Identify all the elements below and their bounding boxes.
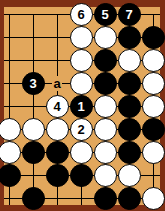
black-stone: 1 bbox=[70, 95, 93, 118]
white-stone bbox=[94, 141, 117, 164]
intersection-r8c5[interactable] bbox=[117, 187, 141, 210]
intersection-r5c5[interactable] bbox=[117, 118, 141, 141]
black-stone bbox=[46, 141, 69, 164]
intersection-r6c2[interactable] bbox=[45, 141, 69, 164]
intersection-r6c3[interactable] bbox=[69, 141, 93, 164]
white-stone bbox=[142, 72, 165, 95]
intersection-r5c4[interactable] bbox=[93, 118, 117, 141]
intersection-r0c2[interactable] bbox=[45, 3, 69, 26]
intersection-r7c2[interactable] bbox=[45, 164, 69, 187]
go-diagram: 6573a412 bbox=[0, 0, 165, 211]
intersection-r1c2[interactable] bbox=[45, 26, 69, 49]
white-stone: 2 bbox=[70, 118, 93, 141]
white-stone bbox=[142, 187, 165, 210]
white-stone bbox=[94, 118, 117, 141]
intersection-r5c2[interactable] bbox=[45, 118, 69, 141]
intersection-r3c5[interactable] bbox=[117, 72, 141, 95]
intersection-r4c5[interactable] bbox=[117, 95, 141, 118]
intersection-r3c4[interactable] bbox=[93, 72, 117, 95]
intersection-r3c1[interactable]: 3 bbox=[21, 72, 45, 95]
black-stone: 7 bbox=[118, 3, 141, 26]
white-stone bbox=[94, 95, 117, 118]
black-stone bbox=[22, 187, 45, 210]
white-stone: 4 bbox=[46, 95, 69, 118]
white-stone bbox=[118, 164, 141, 187]
intersection-r3c2[interactable]: a bbox=[45, 72, 69, 95]
intersection-r0c5[interactable]: 7 bbox=[117, 3, 141, 26]
move-number-label: 6 bbox=[77, 8, 84, 21]
move-number-label: 2 bbox=[77, 123, 84, 136]
white-stone: 6 bbox=[70, 3, 93, 26]
intersection-r2c1[interactable] bbox=[21, 49, 45, 72]
intersection-r0c0[interactable] bbox=[0, 3, 21, 26]
intersection-r4c0[interactable] bbox=[0, 95, 21, 118]
black-stone bbox=[94, 49, 117, 72]
white-stone bbox=[94, 164, 117, 187]
move-number-label: 4 bbox=[53, 100, 60, 113]
white-stone bbox=[70, 72, 93, 95]
intersection-r7c6[interactable] bbox=[141, 164, 165, 187]
black-stone bbox=[118, 95, 141, 118]
move-number-label: 5 bbox=[101, 8, 108, 21]
intersection-r5c1[interactable] bbox=[21, 118, 45, 141]
intersection-r5c6[interactable] bbox=[141, 118, 165, 141]
white-stone bbox=[70, 49, 93, 72]
intersection-r4c4[interactable] bbox=[93, 95, 117, 118]
white-stone bbox=[70, 26, 93, 49]
white-stone bbox=[142, 49, 165, 72]
black-stone: 5 bbox=[94, 3, 117, 26]
intersection-r0c3[interactable]: 6 bbox=[69, 3, 93, 26]
intersection-r1c5[interactable] bbox=[117, 26, 141, 49]
white-stone bbox=[142, 95, 165, 118]
white-stone bbox=[0, 141, 21, 164]
white-stone bbox=[70, 141, 93, 164]
intersection-r0c4[interactable]: 5 bbox=[93, 3, 117, 26]
intersection-r8c1[interactable] bbox=[21, 187, 45, 210]
intersection-r8c4[interactable] bbox=[93, 187, 117, 210]
intersection-r1c0[interactable] bbox=[0, 26, 21, 49]
intersection-r5c0[interactable] bbox=[0, 118, 21, 141]
intersection-r0c1[interactable] bbox=[21, 3, 45, 26]
black-stone bbox=[118, 187, 141, 210]
intersection-r4c2[interactable]: 4 bbox=[45, 95, 69, 118]
intersection-r4c3[interactable]: 1 bbox=[69, 95, 93, 118]
intersection-r6c0[interactable] bbox=[0, 141, 21, 164]
black-stone bbox=[118, 118, 141, 141]
black-stone bbox=[118, 141, 141, 164]
intersection-r4c1[interactable] bbox=[21, 95, 45, 118]
intersection-r8c0[interactable] bbox=[0, 187, 21, 210]
intersection-r6c1[interactable] bbox=[21, 141, 45, 164]
white-stone bbox=[142, 141, 165, 164]
intersection-r2c4[interactable] bbox=[93, 49, 117, 72]
move-number-label: 7 bbox=[125, 8, 132, 21]
white-stone bbox=[22, 118, 45, 141]
black-stone bbox=[118, 72, 141, 95]
intersection-r8c3[interactable] bbox=[69, 187, 93, 210]
intersection-r2c2[interactable] bbox=[45, 49, 69, 72]
intersection-r1c1[interactable] bbox=[21, 26, 45, 49]
intersection-r2c3[interactable] bbox=[69, 49, 93, 72]
black-stone bbox=[70, 164, 93, 187]
intersection-r7c4[interactable] bbox=[93, 164, 117, 187]
black-stone bbox=[94, 72, 117, 95]
black-stone bbox=[142, 26, 165, 49]
white-stone bbox=[46, 118, 69, 141]
intersection-r3c0[interactable] bbox=[0, 72, 21, 95]
black-stone bbox=[0, 164, 21, 187]
intersection-r7c1[interactable] bbox=[21, 164, 45, 187]
intersection-r4c6[interactable] bbox=[141, 95, 165, 118]
white-stone bbox=[0, 118, 21, 141]
intersection-r7c3[interactable] bbox=[69, 164, 93, 187]
black-stone bbox=[22, 141, 45, 164]
intersection-r3c3[interactable] bbox=[69, 72, 93, 95]
black-stone bbox=[142, 118, 165, 141]
intersection-r8c2[interactable] bbox=[45, 187, 69, 210]
intersection-r2c0[interactable] bbox=[0, 49, 21, 72]
white-stone bbox=[118, 49, 141, 72]
black-stone bbox=[94, 187, 117, 210]
intersection-r7c0[interactable] bbox=[0, 164, 21, 187]
intersection-r8c6[interactable] bbox=[141, 187, 165, 210]
move-number-label: 3 bbox=[29, 77, 36, 90]
intersection-r1c6[interactable] bbox=[141, 26, 165, 49]
intersection-r6c6[interactable] bbox=[141, 141, 165, 164]
black-stone bbox=[118, 26, 141, 49]
move-number-label: 1 bbox=[77, 100, 84, 113]
intersection-r2c5[interactable] bbox=[117, 49, 141, 72]
point-label-a: a bbox=[52, 76, 61, 91]
black-stone: 3 bbox=[22, 72, 45, 95]
intersection-r5c3[interactable]: 2 bbox=[69, 118, 93, 141]
black-stone bbox=[46, 164, 69, 187]
intersection-r1c3[interactable] bbox=[69, 26, 93, 49]
intersection-r2c6[interactable] bbox=[141, 49, 165, 72]
intersection-r7c5[interactable] bbox=[117, 164, 141, 187]
intersection-r1c4[interactable] bbox=[93, 26, 117, 49]
intersection-r6c4[interactable] bbox=[93, 141, 117, 164]
white-stone bbox=[94, 26, 117, 49]
intersection-r6c5[interactable] bbox=[117, 141, 141, 164]
intersection-r3c6[interactable] bbox=[141, 72, 165, 95]
intersection-r0c6[interactable] bbox=[141, 3, 165, 26]
